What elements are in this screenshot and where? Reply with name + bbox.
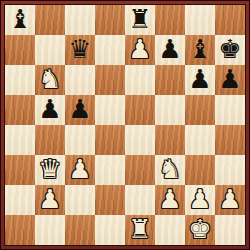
square-g2[interactable]: ♟ — [185, 185, 215, 215]
white-rook-icon: ♜ — [128, 216, 151, 242]
square-a6[interactable] — [5, 65, 35, 95]
square-f3[interactable]: ♞ — [155, 155, 185, 185]
square-e2[interactable] — [125, 185, 155, 215]
square-e6[interactable] — [125, 65, 155, 95]
square-c3[interactable]: ♟ — [65, 155, 95, 185]
square-h3[interactable] — [215, 155, 245, 185]
white-pawn-icon: ♟ — [38, 186, 61, 212]
white-knight-icon: ♞ — [38, 66, 61, 92]
black-queen-icon: ♛ — [68, 36, 91, 62]
square-c4[interactable] — [65, 125, 95, 155]
square-d4[interactable] — [95, 125, 125, 155]
square-f8[interactable] — [155, 5, 185, 35]
square-e1[interactable]: ♜ — [125, 215, 155, 245]
square-c5[interactable]: ♟ — [65, 95, 95, 125]
square-g7[interactable]: ♝ — [185, 35, 215, 65]
square-e7[interactable]: ♟ — [125, 35, 155, 65]
square-b8[interactable] — [35, 5, 65, 35]
square-a3[interactable] — [5, 155, 35, 185]
square-c6[interactable] — [65, 65, 95, 95]
white-pawn-icon: ♟ — [218, 186, 241, 212]
square-b1[interactable] — [35, 215, 65, 245]
square-b4[interactable] — [35, 125, 65, 155]
square-f4[interactable] — [155, 125, 185, 155]
board-frame: ♝♜♛♟♟♝♚♞♟♟♟♟♛♟♞♟♟♟♟♜♚ — [0, 0, 250, 250]
square-g1[interactable]: ♚ — [185, 215, 215, 245]
square-e3[interactable] — [125, 155, 155, 185]
white-pawn-icon: ♟ — [188, 186, 211, 212]
black-bishop-icon: ♝ — [188, 36, 211, 62]
square-e8[interactable]: ♜ — [125, 5, 155, 35]
square-f1[interactable] — [155, 215, 185, 245]
square-g6[interactable]: ♟ — [185, 65, 215, 95]
black-pawn-icon: ♟ — [218, 66, 241, 92]
white-pawn-icon: ♟ — [128, 36, 151, 62]
square-h8[interactable] — [215, 5, 245, 35]
white-queen-icon: ♛ — [38, 156, 61, 182]
square-a7[interactable] — [5, 35, 35, 65]
square-d5[interactable] — [95, 95, 125, 125]
square-d3[interactable] — [95, 155, 125, 185]
square-h4[interactable] — [215, 125, 245, 155]
square-a4[interactable] — [5, 125, 35, 155]
white-king-icon: ♚ — [188, 216, 211, 242]
square-c2[interactable] — [65, 185, 95, 215]
black-pawn-icon: ♟ — [38, 96, 61, 122]
square-d1[interactable] — [95, 215, 125, 245]
black-rook-icon: ♜ — [128, 6, 151, 32]
square-g8[interactable] — [185, 5, 215, 35]
square-b2[interactable]: ♟ — [35, 185, 65, 215]
square-h5[interactable] — [215, 95, 245, 125]
square-f2[interactable]: ♟ — [155, 185, 185, 215]
black-pawn-icon: ♟ — [68, 96, 91, 122]
chess-board: ♝♜♛♟♟♝♚♞♟♟♟♟♛♟♞♟♟♟♟♜♚ — [5, 5, 245, 245]
square-g3[interactable] — [185, 155, 215, 185]
square-a1[interactable] — [5, 215, 35, 245]
square-c1[interactable] — [65, 215, 95, 245]
black-pawn-icon: ♟ — [158, 36, 181, 62]
square-b6[interactable]: ♞ — [35, 65, 65, 95]
square-c8[interactable] — [65, 5, 95, 35]
square-e4[interactable] — [125, 125, 155, 155]
square-c7[interactable]: ♛ — [65, 35, 95, 65]
square-b3[interactable]: ♛ — [35, 155, 65, 185]
square-g5[interactable] — [185, 95, 215, 125]
square-f5[interactable] — [155, 95, 185, 125]
square-f7[interactable]: ♟ — [155, 35, 185, 65]
square-f6[interactable] — [155, 65, 185, 95]
square-a8[interactable]: ♝ — [5, 5, 35, 35]
square-d8[interactable] — [95, 5, 125, 35]
square-h6[interactable]: ♟ — [215, 65, 245, 95]
square-h2[interactable]: ♟ — [215, 185, 245, 215]
black-king-icon: ♚ — [218, 36, 241, 62]
square-d6[interactable] — [95, 65, 125, 95]
white-pawn-icon: ♟ — [158, 186, 181, 212]
black-pawn-icon: ♟ — [188, 66, 211, 92]
square-a2[interactable] — [5, 185, 35, 215]
square-b5[interactable]: ♟ — [35, 95, 65, 125]
white-pawn-icon: ♟ — [68, 156, 91, 182]
square-b7[interactable] — [35, 35, 65, 65]
square-h7[interactable]: ♚ — [215, 35, 245, 65]
square-g4[interactable] — [185, 125, 215, 155]
square-a5[interactable] — [5, 95, 35, 125]
square-e5[interactable] — [125, 95, 155, 125]
square-d2[interactable] — [95, 185, 125, 215]
white-knight-icon: ♞ — [158, 156, 181, 182]
square-h1[interactable] — [215, 215, 245, 245]
black-bishop-icon: ♝ — [8, 6, 31, 32]
square-d7[interactable] — [95, 35, 125, 65]
